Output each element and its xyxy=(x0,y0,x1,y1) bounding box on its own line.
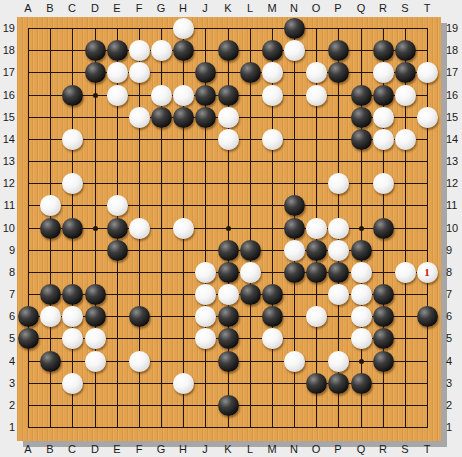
row-label-left: 15 xyxy=(0,111,15,124)
white-stone xyxy=(417,62,438,83)
black-stone xyxy=(351,240,372,261)
white-stone xyxy=(129,40,150,61)
white-stone xyxy=(328,240,349,261)
white-stone xyxy=(306,62,327,83)
black-stone xyxy=(62,218,83,239)
row-label-left: 11 xyxy=(0,199,15,212)
white-stone xyxy=(129,218,150,239)
white-stone xyxy=(328,173,349,194)
column-label-bottom: L xyxy=(240,443,260,456)
white-stone xyxy=(306,85,327,106)
go-game-screen: 1AABBCCDDEEFFGGHHJJKKLLMMNNOOPPQQRRSSTT1… xyxy=(0,0,462,457)
row-label-left: 12 xyxy=(0,177,15,190)
black-stone xyxy=(306,262,327,283)
white-stone xyxy=(262,328,283,349)
column-label-bottom: B xyxy=(40,443,60,456)
column-label-bottom: M xyxy=(262,443,282,456)
white-stone xyxy=(62,306,83,327)
black-stone xyxy=(218,40,239,61)
grid-line-vertical xyxy=(250,28,251,428)
white-stone xyxy=(218,284,239,305)
row-label-left: 3 xyxy=(0,377,15,390)
black-stone xyxy=(218,328,239,349)
black-stone xyxy=(328,373,349,394)
row-label-left: 6 xyxy=(0,310,15,323)
black-stone xyxy=(351,85,372,106)
row-label-left: 4 xyxy=(0,355,15,368)
row-label-left: 16 xyxy=(0,89,15,102)
column-label-bottom: Q xyxy=(351,443,371,456)
black-stone xyxy=(173,107,194,128)
row-label-right: 18 xyxy=(446,44,462,57)
black-stone xyxy=(40,284,61,305)
column-label-top: S xyxy=(395,2,415,15)
black-stone xyxy=(395,40,416,61)
column-label-bottom: K xyxy=(218,443,238,456)
black-stone xyxy=(85,306,106,327)
column-label-bottom: D xyxy=(85,443,105,456)
star-point xyxy=(93,226,98,231)
black-stone xyxy=(18,328,39,349)
black-stone xyxy=(218,395,239,416)
row-label-left: 18 xyxy=(0,44,15,57)
black-stone xyxy=(306,240,327,261)
black-stone xyxy=(195,62,216,83)
column-label-bottom: N xyxy=(284,443,304,456)
row-label-right: 15 xyxy=(446,111,462,124)
white-stone xyxy=(195,328,216,349)
white-stone xyxy=(40,195,61,216)
row-label-left: 8 xyxy=(0,266,15,279)
column-label-top: J xyxy=(195,2,215,15)
column-label-bottom: R xyxy=(373,443,393,456)
white-stone xyxy=(195,262,216,283)
row-label-right: 5 xyxy=(446,332,462,345)
column-label-bottom: O xyxy=(306,443,326,456)
star-point xyxy=(226,226,231,231)
white-stone xyxy=(240,262,261,283)
black-stone xyxy=(18,306,39,327)
row-label-right: 12 xyxy=(446,177,462,190)
black-stone xyxy=(373,85,394,106)
row-label-right: 9 xyxy=(446,244,462,257)
black-stone xyxy=(284,195,305,216)
column-label-top: R xyxy=(373,2,393,15)
column-label-bottom: F xyxy=(129,443,149,456)
column-label-top: T xyxy=(417,2,437,15)
black-stone xyxy=(240,62,261,83)
row-label-right: 19 xyxy=(446,22,462,35)
column-label-top: N xyxy=(284,2,304,15)
black-stone xyxy=(107,218,128,239)
white-stone xyxy=(173,373,194,394)
column-label-top: E xyxy=(107,2,127,15)
column-label-bottom: A xyxy=(18,443,38,456)
row-label-right: 3 xyxy=(446,377,462,390)
row-label-right: 1 xyxy=(446,421,462,434)
column-label-top: B xyxy=(40,2,60,15)
black-stone xyxy=(373,306,394,327)
white-stone xyxy=(218,107,239,128)
white-stone xyxy=(195,306,216,327)
white-stone xyxy=(417,107,438,128)
black-stone xyxy=(328,40,349,61)
black-stone xyxy=(373,284,394,305)
row-label-left: 5 xyxy=(0,332,15,345)
black-stone xyxy=(107,40,128,61)
white-stone xyxy=(62,373,83,394)
black-stone xyxy=(328,62,349,83)
column-label-bottom: T xyxy=(417,443,437,456)
column-label-top: A xyxy=(18,2,38,15)
white-stone xyxy=(151,40,172,61)
white-stone xyxy=(218,129,239,150)
white-stone xyxy=(173,85,194,106)
white-stone xyxy=(62,129,83,150)
white-stone xyxy=(306,218,327,239)
black-stone xyxy=(218,240,239,261)
black-stone xyxy=(62,284,83,305)
row-label-left: 1 xyxy=(0,421,15,434)
column-label-bottom: H xyxy=(173,443,193,456)
column-label-bottom: J xyxy=(195,443,215,456)
white-stone xyxy=(373,107,394,128)
column-label-top: F xyxy=(129,2,149,15)
black-stone xyxy=(107,240,128,261)
black-stone xyxy=(151,107,172,128)
white-stone xyxy=(262,85,283,106)
white-stone xyxy=(351,306,372,327)
black-stone xyxy=(306,373,327,394)
white-stone xyxy=(351,284,372,305)
column-label-top: M xyxy=(262,2,282,15)
row-label-left: 10 xyxy=(0,222,15,235)
white-stone xyxy=(351,262,372,283)
black-stone xyxy=(373,218,394,239)
row-label-left: 2 xyxy=(0,399,15,412)
white-stone xyxy=(328,284,349,305)
row-label-right: 16 xyxy=(446,89,462,102)
black-stone xyxy=(173,40,194,61)
grid-line-vertical xyxy=(427,28,428,428)
star-point xyxy=(359,359,364,364)
black-stone xyxy=(417,306,438,327)
black-stone xyxy=(240,240,261,261)
white-stone xyxy=(262,129,283,150)
white-stone xyxy=(328,351,349,372)
black-stone xyxy=(85,40,106,61)
white-stone xyxy=(395,129,416,150)
white-stone xyxy=(195,284,216,305)
column-label-top: K xyxy=(218,2,238,15)
white-stone xyxy=(328,218,349,239)
star-point xyxy=(93,93,98,98)
black-stone xyxy=(62,85,83,106)
white-stone xyxy=(351,328,372,349)
row-label-right: 7 xyxy=(446,288,462,301)
row-label-right: 13 xyxy=(446,155,462,168)
black-stone xyxy=(328,262,349,283)
row-label-right: 6 xyxy=(446,310,462,323)
white-stone xyxy=(373,62,394,83)
white-stone xyxy=(173,18,194,39)
column-label-bottom: E xyxy=(107,443,127,456)
black-stone xyxy=(373,328,394,349)
row-label-left: 14 xyxy=(0,133,15,146)
white-stone xyxy=(306,306,327,327)
row-label-right: 11 xyxy=(446,199,462,212)
white-stone xyxy=(40,306,61,327)
white-stone xyxy=(373,129,394,150)
white-stone xyxy=(62,328,83,349)
last-move-number-marker: 1 xyxy=(424,266,430,278)
white-stone xyxy=(262,62,283,83)
black-stone xyxy=(351,129,372,150)
column-label-bottom: S xyxy=(395,443,415,456)
column-label-top: G xyxy=(151,2,171,15)
column-label-top: D xyxy=(85,2,105,15)
column-label-bottom: P xyxy=(328,443,348,456)
black-stone xyxy=(218,262,239,283)
column-label-top: P xyxy=(328,2,348,15)
row-label-left: 17 xyxy=(0,66,15,79)
white-stone xyxy=(129,107,150,128)
column-label-top: O xyxy=(306,2,326,15)
black-stone xyxy=(262,40,283,61)
white-stone xyxy=(107,195,128,216)
row-label-left: 9 xyxy=(0,244,15,257)
white-stone xyxy=(85,351,106,372)
row-label-right: 10 xyxy=(446,222,462,235)
row-label-right: 2 xyxy=(446,399,462,412)
black-stone xyxy=(195,85,216,106)
black-stone xyxy=(284,218,305,239)
black-stone xyxy=(351,373,372,394)
white-stone xyxy=(85,328,106,349)
black-stone xyxy=(262,306,283,327)
black-stone xyxy=(40,351,61,372)
grid-line-horizontal xyxy=(28,427,428,428)
white-stone xyxy=(129,351,150,372)
column-label-top: Q xyxy=(351,2,371,15)
black-stone xyxy=(85,62,106,83)
black-stone xyxy=(284,18,305,39)
row-label-right: 17 xyxy=(446,66,462,79)
white-stone xyxy=(151,85,172,106)
white-stone xyxy=(284,351,305,372)
black-stone xyxy=(195,107,216,128)
black-stone xyxy=(218,85,239,106)
star-point xyxy=(359,226,364,231)
black-stone xyxy=(240,284,261,305)
black-stone xyxy=(129,306,150,327)
black-stone xyxy=(284,262,305,283)
column-label-top: L xyxy=(240,2,260,15)
black-stone xyxy=(218,306,239,327)
row-label-right: 8 xyxy=(446,266,462,279)
column-label-top: H xyxy=(173,2,193,15)
white-stone xyxy=(395,85,416,106)
row-label-left: 13 xyxy=(0,155,15,168)
row-label-left: 19 xyxy=(0,22,15,35)
column-label-bottom: C xyxy=(62,443,82,456)
black-stone xyxy=(395,62,416,83)
black-stone xyxy=(373,351,394,372)
black-stone xyxy=(85,284,106,305)
white-stone xyxy=(107,85,128,106)
white-stone xyxy=(129,62,150,83)
white-stone xyxy=(395,262,416,283)
black-stone xyxy=(40,218,61,239)
white-stone xyxy=(284,40,305,61)
column-label-bottom: G xyxy=(151,443,171,456)
white-stone xyxy=(62,173,83,194)
row-label-left: 7 xyxy=(0,288,15,301)
black-stone xyxy=(373,40,394,61)
row-label-right: 14 xyxy=(446,133,462,146)
black-stone xyxy=(218,351,239,372)
white-stone xyxy=(284,240,305,261)
white-stone xyxy=(173,218,194,239)
column-label-top: C xyxy=(62,2,82,15)
black-stone xyxy=(262,284,283,305)
white-stone xyxy=(373,173,394,194)
white-stone xyxy=(107,62,128,83)
black-stone xyxy=(351,107,372,128)
row-label-right: 4 xyxy=(446,355,462,368)
